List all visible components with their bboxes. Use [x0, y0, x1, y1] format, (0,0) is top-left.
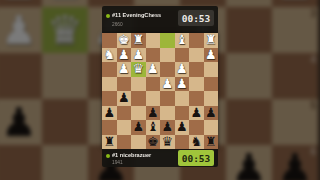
square-f7[interactable]: ♟ [131, 120, 146, 135]
square-f2[interactable]: ♟ [131, 48, 146, 63]
square-b7[interactable] [189, 120, 204, 135]
white-rook-a1[interactable]: ♜ [205, 33, 217, 48]
square-c5[interactable] [175, 91, 190, 106]
white-pawn-c4[interactable]: ♟ [176, 77, 188, 92]
white-pawn-c3[interactable]: ♟ [176, 62, 188, 77]
square-f2[interactable]: ♟ [42, 0, 88, 7]
square-d3[interactable] [160, 62, 175, 77]
white-knight-h2[interactable]: ♞ [103, 48, 115, 63]
black-pawn-b6[interactable]: ♟ [231, 145, 267, 180]
square-e4[interactable] [146, 77, 161, 92]
square-a8[interactable]: ♜ [204, 135, 219, 150]
black-pawn-b6[interactable]: ♟ [190, 106, 202, 121]
square-b8[interactable]: ♞ [189, 135, 204, 150]
square-h6[interactable]: ♟ [102, 106, 117, 121]
square-e2[interactable] [146, 48, 161, 63]
square-a1[interactable]: ♜ [204, 33, 219, 48]
square-a5[interactable]: 5 [272, 99, 318, 145]
rank-coordinate: 6 [310, 146, 316, 157]
white-pawn-g2[interactable]: ♟ [1, 0, 37, 7]
white-king-g1[interactable]: ♚ [118, 33, 130, 48]
square-b5[interactable] [189, 91, 204, 106]
square-c2[interactable] [175, 48, 190, 63]
rank-coordinate: 3 [310, 8, 316, 19]
black-queen-d8[interactable]: ♛ [161, 135, 173, 150]
square-h1[interactable] [102, 33, 117, 48]
square-b6[interactable]: ♟ [226, 145, 272, 180]
square-a6[interactable]: ♟ [204, 106, 219, 121]
white-queen-f3[interactable]: ♛ [47, 7, 83, 53]
square-b4[interactable] [226, 53, 272, 99]
square-a3[interactable] [204, 62, 219, 77]
square-f6[interactable] [42, 145, 88, 180]
square-h8[interactable]: ♜ [102, 135, 117, 150]
white-pawn-g3[interactable]: ♟ [1, 7, 37, 53]
square-b6[interactable]: ♟ [189, 106, 204, 121]
square-e8[interactable]: ♚ [146, 135, 161, 150]
square-b3[interactable] [226, 7, 272, 53]
square-h2[interactable]: ♞ [102, 48, 117, 63]
square-f3[interactable]: ♛ [42, 7, 88, 53]
square-c7[interactable]: ♟ [175, 120, 190, 135]
chess-board[interactable]: ♚♜♝♜♞♟♟♟♟♛♟♟♟♟♟♟♟♟♟♟♝♟♟♜♚♛♞♜ [102, 33, 218, 149]
black-pawn-a6[interactable]: ♟ [205, 106, 217, 121]
square-g1[interactable]: ♚ [117, 33, 132, 48]
square-a2[interactable]: ♟2 [272, 0, 318, 7]
square-f5[interactable] [131, 91, 146, 106]
square-g2[interactable]: ♟ [117, 48, 132, 63]
bottom-player-rating: 1941 [112, 160, 123, 165]
white-pawn-a2[interactable]: ♟ [277, 0, 313, 7]
square-d5[interactable] [160, 91, 175, 106]
black-pawn-f7[interactable]: ♟ [132, 120, 144, 135]
white-pawn-g2[interactable]: ♟ [118, 48, 130, 63]
square-e7[interactable]: ♝ [146, 120, 161, 135]
square-f3[interactable]: ♛ [131, 62, 146, 77]
square-g8[interactable] [117, 135, 132, 150]
black-pawn-c7[interactable]: ♟ [176, 120, 188, 135]
square-e5[interactable] [146, 91, 161, 106]
square-e1[interactable] [146, 33, 161, 48]
square-f4[interactable] [42, 53, 88, 99]
square-h7[interactable] [102, 120, 117, 135]
black-pawn-e6[interactable]: ♟ [147, 106, 159, 121]
square-a2[interactable]: ♟ [204, 48, 219, 63]
square-b2[interactable] [189, 48, 204, 63]
square-f8[interactable] [131, 135, 146, 150]
white-pawn-d4[interactable]: ♟ [161, 77, 173, 92]
white-bishop-c1[interactable]: ♝ [176, 33, 188, 48]
bottom-player-name: #1 nicebrazuer [112, 152, 151, 158]
square-e6[interactable]: ♟ [146, 106, 161, 121]
square-d7[interactable]: ♟ [160, 120, 175, 135]
square-g5[interactable]: ♟ [117, 91, 132, 106]
square-c3[interactable]: ♟ [175, 62, 190, 77]
white-pawn-f2[interactable]: ♟ [132, 48, 144, 63]
top-player-name: #11 EveningChess [112, 12, 161, 18]
square-a3[interactable]: 3 [272, 7, 318, 53]
black-pawn-g5[interactable]: ♟ [118, 91, 130, 106]
square-b2[interactable] [226, 0, 272, 7]
square-b5[interactable] [226, 99, 272, 145]
square-h4[interactable] [102, 77, 117, 92]
square-b3[interactable] [189, 62, 204, 77]
square-d6[interactable] [160, 106, 175, 121]
square-a7[interactable] [204, 120, 219, 135]
black-rook-a8[interactable]: ♜ [205, 135, 217, 150]
square-d1[interactable] [160, 33, 175, 48]
square-a4[interactable]: 4 [272, 53, 318, 99]
black-knight-b8[interactable]: ♞ [190, 135, 202, 150]
black-pawn-h6[interactable]: ♟ [103, 106, 115, 121]
black-pawn-g5[interactable]: ♟ [1, 99, 37, 145]
square-h5[interactable] [102, 91, 117, 106]
rank-coordinate: 4 [310, 54, 316, 65]
square-c1[interactable]: ♝ [175, 33, 190, 48]
square-c6[interactable] [175, 106, 190, 121]
square-c8[interactable] [175, 135, 190, 150]
top-player-rating: 2660 [112, 22, 123, 27]
black-pawn-a6[interactable]: ♟ [277, 145, 313, 180]
bottom-player-clock: 00:53 [178, 150, 214, 166]
square-f1[interactable]: ♜ [131, 33, 146, 48]
square-g3[interactable]: ♟ [0, 7, 42, 53]
online-dot-icon [106, 154, 110, 158]
square-f6[interactable] [131, 106, 146, 121]
square-c4[interactable]: ♟ [175, 77, 190, 92]
white-queen-f3[interactable]: ♛ [132, 62, 144, 77]
square-g6[interactable] [0, 145, 42, 180]
black-bishop-e7[interactable]: ♝ [147, 120, 159, 135]
square-d8[interactable]: ♛ [160, 135, 175, 150]
white-pawn-e3[interactable]: ♟ [147, 62, 159, 77]
square-b1[interactable] [189, 33, 204, 48]
top-player-clock: 00:53 [178, 10, 214, 26]
square-a4[interactable] [204, 77, 219, 92]
square-a5[interactable] [204, 91, 219, 106]
square-h3[interactable] [102, 62, 117, 77]
white-rook-f1[interactable]: ♜ [132, 33, 144, 48]
white-pawn-f2[interactable]: ♟ [47, 0, 83, 7]
square-d2[interactable] [160, 48, 175, 63]
square-e3[interactable]: ♟ [146, 62, 161, 77]
square-d4[interactable]: ♟ [160, 77, 175, 92]
square-g7[interactable] [117, 120, 132, 135]
white-pawn-a2[interactable]: ♟ [205, 48, 217, 63]
square-g4[interactable] [0, 53, 42, 99]
square-g6[interactable] [117, 106, 132, 121]
square-g4[interactable] [117, 77, 132, 92]
square-f4[interactable] [131, 77, 146, 92]
online-dot-icon [106, 14, 110, 18]
black-king-e8[interactable]: ♚ [147, 135, 159, 150]
top-player-bar: #11 EveningChess 2660 00:53 [102, 6, 218, 33]
square-a6[interactable]: ♟6 [272, 145, 318, 180]
bottom-player-bar: #1 nicebrazuer 1941 00:53 [102, 149, 218, 167]
square-b4[interactable] [189, 77, 204, 92]
square-g3[interactable]: ♟ [117, 62, 132, 77]
rank-coordinate: 5 [310, 100, 316, 111]
black-rook-h8[interactable]: ♜ [103, 135, 115, 150]
square-f5[interactable] [42, 99, 88, 145]
square-g2[interactable]: ♟ [0, 0, 42, 7]
white-pawn-g3[interactable]: ♟ [118, 62, 130, 77]
black-pawn-d7[interactable]: ♟ [161, 120, 173, 135]
square-g5[interactable]: ♟ [0, 99, 42, 145]
